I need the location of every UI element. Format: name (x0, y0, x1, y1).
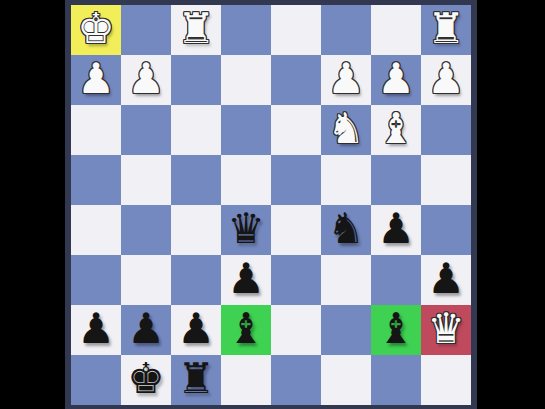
square-a8[interactable] (421, 355, 471, 405)
square-g5[interactable] (121, 205, 171, 255)
square-h2[interactable]: ♟ (71, 55, 121, 105)
piece-white-knight-c3: ♞ (327, 104, 365, 154)
square-h6[interactable] (71, 255, 121, 305)
piece-white-rook-a1: ♜ (427, 4, 465, 54)
square-h5[interactable] (71, 205, 121, 255)
square-c5[interactable]: ♞ (321, 205, 371, 255)
piece-white-pawn-b2: ♟ (377, 54, 415, 104)
square-a3[interactable] (421, 105, 471, 155)
square-c3[interactable]: ♞ (321, 105, 371, 155)
piece-white-king-h1: ♚ (77, 4, 115, 54)
square-e7[interactable]: ♝ (221, 305, 271, 355)
square-e2[interactable] (221, 55, 271, 105)
square-a1[interactable]: ♜ (421, 5, 471, 55)
square-a6[interactable]: ♟ (421, 255, 471, 305)
square-f3[interactable] (171, 105, 221, 155)
piece-white-pawn-a2: ♟ (427, 54, 465, 104)
square-d7[interactable] (271, 305, 321, 355)
piece-black-pawn-h7: ♟ (77, 304, 115, 354)
piece-white-pawn-g2: ♟ (127, 54, 165, 104)
square-f5[interactable] (171, 205, 221, 255)
square-b2[interactable]: ♟ (371, 55, 421, 105)
square-f4[interactable] (171, 155, 221, 205)
square-g8[interactable]: ♚ (121, 355, 171, 405)
square-d8[interactable] (271, 355, 321, 405)
square-h1[interactable]: ♚ (71, 5, 121, 55)
square-e1[interactable] (221, 5, 271, 55)
piece-black-bishop-e7: ♝ (227, 304, 265, 354)
square-d2[interactable] (271, 55, 321, 105)
square-f1[interactable]: ♜ (171, 5, 221, 55)
piece-black-pawn-e6: ♟ (227, 254, 265, 304)
square-a4[interactable] (421, 155, 471, 205)
piece-white-rook-f1: ♜ (177, 4, 215, 54)
square-b3[interactable]: ♝ (371, 105, 421, 155)
piece-white-pawn-h2: ♟ (77, 54, 115, 104)
piece-black-king-g8: ♚ (127, 354, 165, 404)
piece-black-bishop-b7: ♝ (377, 304, 415, 354)
square-c1[interactable] (321, 5, 371, 55)
square-d5[interactable] (271, 205, 321, 255)
piece-black-pawn-b5: ♟ (377, 204, 415, 254)
square-h4[interactable] (71, 155, 121, 205)
chess-board-frame: ♚♜♜♟♟♟♟♟♞♝♛♞♟♟♟♟♟♟♝♝♛♚♜ (65, 0, 477, 409)
square-c4[interactable] (321, 155, 371, 205)
square-b8[interactable] (371, 355, 421, 405)
square-e6[interactable]: ♟ (221, 255, 271, 305)
square-b7[interactable]: ♝ (371, 305, 421, 355)
square-c6[interactable] (321, 255, 371, 305)
square-b1[interactable] (371, 5, 421, 55)
chess-board: ♚♜♜♟♟♟♟♟♞♝♛♞♟♟♟♟♟♟♝♝♛♚♜ (71, 5, 471, 405)
square-a5[interactable] (421, 205, 471, 255)
square-e8[interactable] (221, 355, 271, 405)
square-h7[interactable]: ♟ (71, 305, 121, 355)
piece-black-rook-f8: ♜ (177, 354, 215, 404)
square-c7[interactable] (321, 305, 371, 355)
square-b5[interactable]: ♟ (371, 205, 421, 255)
square-a2[interactable]: ♟ (421, 55, 471, 105)
piece-white-queen-a7: ♛ (427, 304, 465, 354)
piece-black-pawn-a6: ♟ (427, 254, 465, 304)
square-f6[interactable] (171, 255, 221, 305)
square-c8[interactable] (321, 355, 371, 405)
app-window: ♚♜♜♟♟♟♟♟♞♝♛♞♟♟♟♟♟♟♝♝♛♚♜ (0, 0, 545, 409)
square-h3[interactable] (71, 105, 121, 155)
square-b6[interactable] (371, 255, 421, 305)
square-d6[interactable] (271, 255, 321, 305)
piece-black-knight-c5: ♞ (327, 204, 365, 254)
square-f2[interactable] (171, 55, 221, 105)
square-d3[interactable] (271, 105, 321, 155)
square-g2[interactable]: ♟ (121, 55, 171, 105)
square-g4[interactable] (121, 155, 171, 205)
square-d1[interactable] (271, 5, 321, 55)
piece-black-pawn-g7: ♟ (127, 304, 165, 354)
square-e3[interactable] (221, 105, 271, 155)
piece-white-bishop-b3: ♝ (377, 104, 415, 154)
piece-black-pawn-f7: ♟ (177, 304, 215, 354)
square-h8[interactable] (71, 355, 121, 405)
piece-white-pawn-c2: ♟ (327, 54, 365, 104)
square-f7[interactable]: ♟ (171, 305, 221, 355)
square-g7[interactable]: ♟ (121, 305, 171, 355)
piece-black-queen-e5: ♛ (227, 204, 265, 254)
square-f8[interactable]: ♜ (171, 355, 221, 405)
square-a7[interactable]: ♛ (421, 305, 471, 355)
square-e5[interactable]: ♛ (221, 205, 271, 255)
square-b4[interactable] (371, 155, 421, 205)
square-g6[interactable] (121, 255, 171, 305)
square-g3[interactable] (121, 105, 171, 155)
square-d4[interactable] (271, 155, 321, 205)
square-e4[interactable] (221, 155, 271, 205)
square-g1[interactable] (121, 5, 171, 55)
square-c2[interactable]: ♟ (321, 55, 371, 105)
